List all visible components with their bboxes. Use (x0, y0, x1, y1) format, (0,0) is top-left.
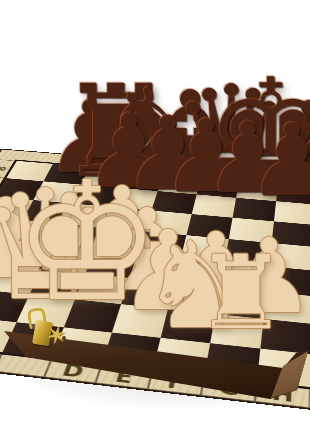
piece-dark-pawn-g5[interactable]: ♟ (247, 111, 310, 211)
pieces-layer: ♟♟♜♞♝♛♚♟♟♟♟♟♟♟♝♛♚♟♟♟♞♜ (0, 0, 310, 430)
brass-clasp: ✶ (22, 306, 74, 356)
clasp-pin-icon (62, 336, 66, 340)
piece-light-rook-g1[interactable]: ♜ (195, 242, 286, 344)
chess-set-photo: DEFGH 21 876 ✶ ♟♟♜♞♝♛♚♟♟♟♟♟♟♟♝♛♚♟♟♟♞♜ (0, 0, 310, 430)
clasp-star-icon: ✶ (43, 321, 69, 350)
